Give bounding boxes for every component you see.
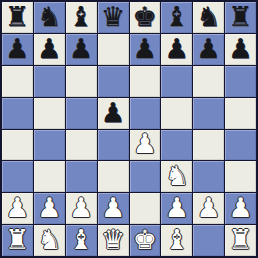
square-f8[interactable]: ♝: [161, 2, 192, 33]
square-d8[interactable]: ♛: [98, 2, 129, 33]
black-queen: ♛: [101, 3, 125, 30]
square-e3[interactable]: [130, 161, 161, 192]
black-pawn: ♟: [69, 35, 93, 62]
square-c8[interactable]: ♝: [66, 2, 97, 33]
square-b1[interactable]: ♞: [34, 225, 65, 256]
black-rook: ♜: [5, 3, 29, 30]
square-h3[interactable]: [225, 161, 256, 192]
square-c5[interactable]: [66, 98, 97, 129]
square-d7[interactable]: [98, 34, 129, 65]
black-knight: ♞: [197, 3, 221, 30]
square-h5[interactable]: [225, 98, 256, 129]
black-pawn: ♟: [5, 35, 29, 62]
square-b7[interactable]: ♟: [34, 34, 65, 65]
square-c3[interactable]: [66, 161, 97, 192]
square-b6[interactable]: [34, 66, 65, 97]
square-h4[interactable]: [225, 130, 256, 161]
square-c4[interactable]: [66, 130, 97, 161]
black-bishop: ♝: [69, 3, 93, 30]
square-a7[interactable]: ♟: [2, 34, 33, 65]
square-c7[interactable]: ♟: [66, 34, 97, 65]
square-d4[interactable]: [98, 130, 129, 161]
square-h7[interactable]: ♟: [225, 34, 256, 65]
square-c1[interactable]: ♝: [66, 225, 97, 256]
square-b5[interactable]: [34, 98, 65, 129]
black-pawn: ♟: [37, 35, 61, 62]
white-knight: ♞: [165, 162, 189, 189]
white-pawn: ♟: [37, 194, 61, 221]
square-h8[interactable]: ♜: [225, 2, 256, 33]
square-d5[interactable]: ♟: [98, 98, 129, 129]
square-g3[interactable]: [193, 161, 224, 192]
square-g4[interactable]: [193, 130, 224, 161]
white-pawn: ♟: [101, 194, 125, 221]
white-pawn: ♟: [228, 194, 252, 221]
white-knight: ♞: [37, 226, 61, 253]
square-b3[interactable]: [34, 161, 65, 192]
square-d2[interactable]: ♟: [98, 193, 129, 224]
square-a1[interactable]: ♜: [2, 225, 33, 256]
square-f4[interactable]: [161, 130, 192, 161]
square-g8[interactable]: ♞: [193, 2, 224, 33]
square-d3[interactable]: [98, 161, 129, 192]
white-pawn: ♟: [197, 194, 221, 221]
square-b8[interactable]: ♞: [34, 2, 65, 33]
square-f5[interactable]: [161, 98, 192, 129]
square-h1[interactable]: ♜: [225, 225, 256, 256]
square-g1[interactable]: [193, 225, 224, 256]
white-pawn: ♟: [69, 194, 93, 221]
square-b4[interactable]: [34, 130, 65, 161]
black-pawn: ♟: [101, 99, 125, 126]
square-e6[interactable]: [130, 66, 161, 97]
square-f6[interactable]: [161, 66, 192, 97]
black-pawn: ♟: [228, 35, 252, 62]
chess-board: ♜♞♝♛♚♝♞♜♟♟♟♟♟♟♟♟♟♞♟♟♟♟♟♟♟♜♞♝♛♚♝♜: [2, 2, 256, 256]
square-h6[interactable]: [225, 66, 256, 97]
white-rook: ♜: [228, 226, 252, 253]
black-pawn: ♟: [197, 35, 221, 62]
square-g5[interactable]: [193, 98, 224, 129]
square-a6[interactable]: [2, 66, 33, 97]
square-e2[interactable]: [130, 193, 161, 224]
square-g7[interactable]: ♟: [193, 34, 224, 65]
black-pawn: ♟: [133, 35, 157, 62]
square-a2[interactable]: ♟: [2, 193, 33, 224]
white-bishop: ♝: [165, 226, 189, 253]
square-b2[interactable]: ♟: [34, 193, 65, 224]
square-f7[interactable]: ♟: [161, 34, 192, 65]
white-pawn: ♟: [133, 130, 157, 157]
white-king: ♚: [133, 226, 157, 253]
square-e7[interactable]: ♟: [130, 34, 161, 65]
square-g2[interactable]: ♟: [193, 193, 224, 224]
square-h2[interactable]: ♟: [225, 193, 256, 224]
square-e5[interactable]: [130, 98, 161, 129]
square-c6[interactable]: [66, 66, 97, 97]
white-bishop: ♝: [69, 226, 93, 253]
square-e4[interactable]: ♟: [130, 130, 161, 161]
square-d6[interactable]: [98, 66, 129, 97]
square-a8[interactable]: ♜: [2, 2, 33, 33]
square-f3[interactable]: ♞: [161, 161, 192, 192]
black-bishop: ♝: [165, 3, 189, 30]
white-pawn: ♟: [165, 194, 189, 221]
square-e8[interactable]: ♚: [130, 2, 161, 33]
black-knight: ♞: [37, 3, 61, 30]
black-pawn: ♟: [165, 35, 189, 62]
white-rook: ♜: [5, 226, 29, 253]
square-a5[interactable]: [2, 98, 33, 129]
black-king: ♚: [133, 3, 157, 30]
square-a4[interactable]: [2, 130, 33, 161]
square-a3[interactable]: [2, 161, 33, 192]
square-e1[interactable]: ♚: [130, 225, 161, 256]
black-rook: ♜: [228, 3, 252, 30]
square-c2[interactable]: ♟: [66, 193, 97, 224]
square-g6[interactable]: [193, 66, 224, 97]
white-pawn: ♟: [5, 194, 29, 221]
square-d1[interactable]: ♛: [98, 225, 129, 256]
white-queen: ♛: [101, 226, 125, 253]
square-f1[interactable]: ♝: [161, 225, 192, 256]
square-f2[interactable]: ♟: [161, 193, 192, 224]
chess-board-frame: ♜♞♝♛♚♝♞♜♟♟♟♟♟♟♟♟♟♞♟♟♟♟♟♟♟♜♞♝♛♚♝♜: [0, 0, 258, 258]
